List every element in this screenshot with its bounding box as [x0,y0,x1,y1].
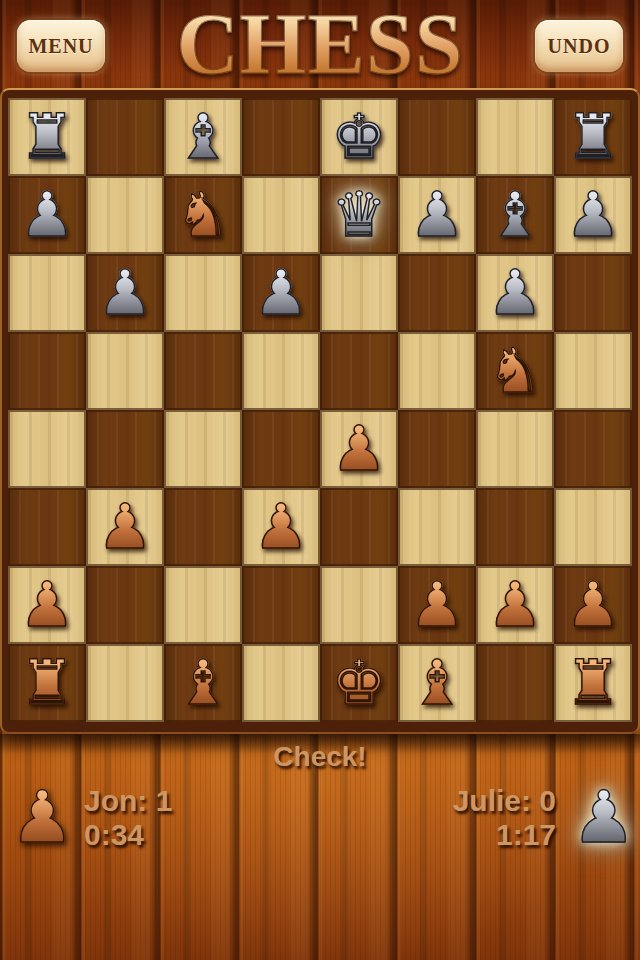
player-jon-score: Jon: 1 [84,784,172,818]
square-c5[interactable] [164,332,242,410]
copper-bishop[interactable]: ♝ [409,644,465,722]
silver-pawn[interactable]: ♟ [19,176,75,254]
square-b5[interactable] [86,332,164,410]
square-a5[interactable] [8,332,86,410]
square-a8[interactable]: ♜ [8,98,86,176]
copper-rook[interactable]: ♜ [19,644,75,722]
square-c2[interactable] [164,566,242,644]
square-h6[interactable] [554,254,632,332]
square-d4[interactable] [242,410,320,488]
square-c8[interactable]: ♝ [164,98,242,176]
player-julie-panel: Julie: 0 1:17 [453,784,556,852]
player-jon-clock: 0:34 [84,818,172,852]
copper-pawn[interactable]: ♟ [331,410,387,488]
square-d1[interactable] [242,644,320,722]
square-a7[interactable]: ♟ [8,176,86,254]
square-d2[interactable] [242,566,320,644]
copper-king[interactable]: ♚ [331,644,387,722]
square-g5[interactable]: ♞ [476,332,554,410]
square-a2[interactable]: ♟ [8,566,86,644]
square-h5[interactable] [554,332,632,410]
square-a1[interactable]: ♜ [8,644,86,722]
copper-knight[interactable]: ♞ [487,332,543,410]
square-c7[interactable]: ♞ [164,176,242,254]
copper-pawn[interactable]: ♟ [97,488,153,566]
player-jon-panel: Jon: 1 0:34 [84,784,172,852]
silver-bishop[interactable]: ♝ [175,98,231,176]
square-f1[interactable]: ♝ [398,644,476,722]
square-b3[interactable]: ♟ [86,488,164,566]
square-g3[interactable] [476,488,554,566]
square-e5[interactable] [320,332,398,410]
square-f2[interactable]: ♟ [398,566,476,644]
player-julie-score: Julie: 0 [453,784,556,818]
square-d5[interactable] [242,332,320,410]
square-e3[interactable] [320,488,398,566]
square-g1[interactable] [476,644,554,722]
square-h8[interactable]: ♜ [554,98,632,176]
silver-pawn[interactable]: ♟ [253,254,309,332]
square-g2[interactable]: ♟ [476,566,554,644]
copper-pawn[interactable]: ♟ [409,566,465,644]
square-g8[interactable] [476,98,554,176]
chess-app: CHESS MENU UNDO ♜♝♚♜♟♞♛♟♝♟♟♟♟♞♟♟♟♟♟♟♟♜♝♚… [0,0,640,960]
square-f7[interactable]: ♟ [398,176,476,254]
silver-pawn[interactable]: ♟ [565,176,621,254]
silver-pawn[interactable]: ♟ [97,254,153,332]
copper-bishop[interactable]: ♝ [175,644,231,722]
copper-pawn[interactable]: ♟ [19,566,75,644]
square-d6[interactable]: ♟ [242,254,320,332]
square-e1[interactable]: ♚ [320,644,398,722]
menu-button[interactable]: MENU [17,20,105,72]
square-f4[interactable] [398,410,476,488]
check-message: Check! [0,741,640,773]
board[interactable]: ♜♝♚♜♟♞♛♟♝♟♟♟♟♞♟♟♟♟♟♟♟♜♝♚♝♜ [8,98,632,722]
silver-pawn[interactable]: ♟ [487,254,543,332]
square-e7[interactable]: ♛ [320,176,398,254]
square-g4[interactable] [476,410,554,488]
copper-pawn[interactable]: ♟ [487,566,543,644]
square-d7[interactable] [242,176,320,254]
copper-pawn[interactable]: ♟ [565,566,621,644]
square-h4[interactable] [554,410,632,488]
square-d8[interactable] [242,98,320,176]
player-julie-clock: 1:17 [453,818,556,852]
copper-knight[interactable]: ♞ [175,176,231,254]
square-b8[interactable] [86,98,164,176]
square-h1[interactable]: ♜ [554,644,632,722]
square-g7[interactable]: ♝ [476,176,554,254]
silver-pawn[interactable]: ♟ [409,176,465,254]
square-h2[interactable]: ♟ [554,566,632,644]
square-c1[interactable]: ♝ [164,644,242,722]
square-c6[interactable] [164,254,242,332]
silver-rook[interactable]: ♜ [19,98,75,176]
square-e4[interactable]: ♟ [320,410,398,488]
square-b6[interactable]: ♟ [86,254,164,332]
square-f8[interactable] [398,98,476,176]
square-a4[interactable] [8,410,86,488]
square-e8[interactable]: ♚ [320,98,398,176]
undo-button[interactable]: UNDO [535,20,623,72]
square-c4[interactable] [164,410,242,488]
square-f5[interactable] [398,332,476,410]
board-frame: ♜♝♚♜♟♞♛♟♝♟♟♟♟♞♟♟♟♟♟♟♟♜♝♚♝♜ [0,88,640,734]
copper-rook[interactable]: ♜ [565,644,621,722]
silver-rook[interactable]: ♜ [565,98,621,176]
square-d3[interactable]: ♟ [242,488,320,566]
square-f6[interactable] [398,254,476,332]
silver-pawn-icon: ♟ [571,774,636,860]
square-c3[interactable] [164,488,242,566]
copper-pawn-icon: ♟ [10,774,75,860]
square-b4[interactable] [86,410,164,488]
silver-bishop[interactable]: ♝ [487,176,543,254]
square-e6[interactable] [320,254,398,332]
square-e2[interactable] [320,566,398,644]
square-a6[interactable] [8,254,86,332]
copper-pawn[interactable]: ♟ [253,488,309,566]
square-b2[interactable] [86,566,164,644]
square-b7[interactable] [86,176,164,254]
square-a3[interactable] [8,488,86,566]
silver-queen[interactable]: ♛ [331,176,387,254]
square-h7[interactable]: ♟ [554,176,632,254]
square-f3[interactable] [398,488,476,566]
square-g6[interactable]: ♟ [476,254,554,332]
silver-king[interactable]: ♚ [331,98,387,176]
square-h3[interactable] [554,488,632,566]
square-b1[interactable] [86,644,164,722]
